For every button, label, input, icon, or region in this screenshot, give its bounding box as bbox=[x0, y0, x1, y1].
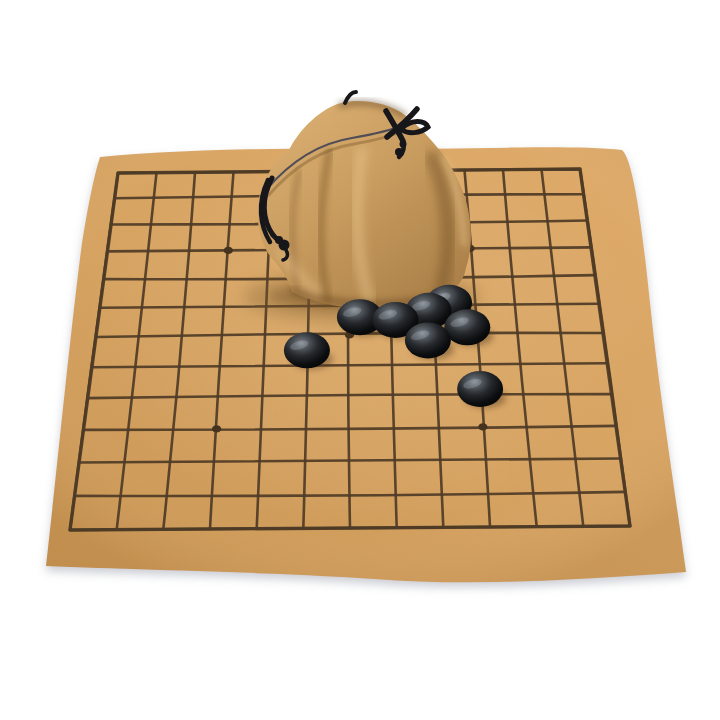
stone-body bbox=[405, 322, 451, 358]
go-set-photo-svg bbox=[0, 0, 720, 720]
stone-body bbox=[457, 371, 503, 407]
star-point bbox=[212, 425, 221, 432]
product-photo bbox=[0, 0, 720, 720]
star-point bbox=[224, 247, 233, 254]
stone-body bbox=[284, 332, 330, 368]
star-point bbox=[478, 423, 487, 430]
stone-body bbox=[444, 309, 490, 345]
